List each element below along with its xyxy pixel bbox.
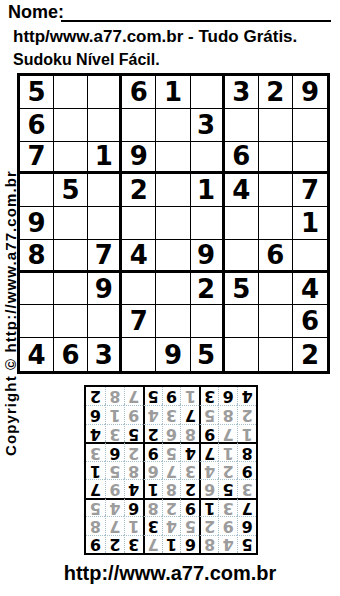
sudoku-cell: 9	[20, 207, 54, 240]
solution-cell: 3	[124, 535, 143, 553]
sudoku-cell: 6	[20, 109, 54, 142]
sudoku-cell[interactable]	[293, 240, 327, 273]
solution-cell: 1	[86, 461, 105, 479]
solution-cell: 9	[237, 461, 256, 479]
sudoku-cell: 3	[88, 338, 122, 371]
sudoku-cell[interactable]	[156, 109, 190, 142]
solution-cell: 2	[218, 461, 237, 479]
sudoku-cell[interactable]	[225, 338, 259, 371]
sudoku-cell[interactable]	[122, 338, 156, 371]
puzzle-difficulty-title: Sudoku Nível Fácil.	[13, 51, 160, 69]
solution-cell: 5	[237, 535, 256, 553]
solution-cell: 1	[105, 405, 124, 423]
solution-cell: 9	[199, 424, 218, 442]
solution-cell: 7	[162, 461, 181, 479]
solution-cell: 6	[105, 442, 124, 460]
solution-cell: 3	[105, 424, 124, 442]
solution-cell: 5	[124, 424, 143, 442]
sudoku-cell: 2	[293, 338, 327, 371]
sudoku-cell[interactable]	[122, 273, 156, 306]
sudoku-cell: 4	[122, 240, 156, 273]
sudoku-cell[interactable]	[156, 142, 190, 175]
sudoku-cell[interactable]	[54, 76, 88, 109]
solution-cell: 8	[162, 479, 181, 497]
sudoku-cell: 7	[122, 305, 156, 338]
copyright-vertical-text: Copyright © http://www.a77.com.br	[2, 134, 18, 456]
sudoku-cell[interactable]	[259, 174, 293, 207]
solution-cell: 3	[237, 479, 256, 497]
sudoku-cell[interactable]	[20, 273, 54, 306]
sudoku-cell[interactable]	[293, 142, 327, 175]
solution-cell: 2	[180, 479, 199, 497]
solution-cell: 4	[143, 405, 162, 423]
sudoku-cell: 9	[122, 142, 156, 175]
solution-cell: 2	[124, 442, 143, 460]
solution-cell: 6	[199, 479, 218, 497]
sudoku-cell: 8	[20, 240, 54, 273]
sudoku-cell: 9	[88, 273, 122, 306]
sudoku-cell[interactable]	[191, 305, 225, 338]
solution-cell: 7	[86, 479, 105, 497]
solution-cell: 2	[86, 387, 105, 405]
sudoku-cell: 1	[191, 174, 225, 207]
sudoku-cell[interactable]	[54, 305, 88, 338]
solution-cell: 5	[218, 479, 237, 497]
solution-cell: 4	[199, 461, 218, 479]
solution-cell: 3	[143, 516, 162, 534]
sudoku-cell: 3	[225, 76, 259, 109]
sudoku-cell[interactable]	[20, 305, 54, 338]
solution-cell: 4	[180, 442, 199, 460]
sudoku-cell[interactable]	[122, 207, 156, 240]
name-label: Nome:	[8, 2, 64, 23]
solution-cell: 1	[199, 498, 218, 516]
sudoku-cell: 9	[191, 240, 225, 273]
solution-cell: 1	[218, 442, 237, 460]
sudoku-cell[interactable]	[259, 109, 293, 142]
sudoku-cell[interactable]	[88, 305, 122, 338]
solution-cell: 4	[218, 535, 237, 553]
solution-cell: 8	[105, 387, 124, 405]
solution-cell: 8	[237, 442, 256, 460]
sudoku-cell[interactable]	[225, 109, 259, 142]
sudoku-cell[interactable]	[259, 207, 293, 240]
sudoku-cell[interactable]	[54, 273, 88, 306]
solution-cell: 2	[143, 424, 162, 442]
solution-cell: 7	[105, 516, 124, 534]
solution-cell: 9	[105, 479, 124, 497]
solution-cell: 2	[237, 405, 256, 423]
solution-cell: 6	[180, 535, 199, 553]
sudoku-cell: 6	[122, 76, 156, 109]
solution-cell: 3	[86, 442, 105, 460]
sudoku-cell[interactable]	[54, 109, 88, 142]
solution-cell: 2	[162, 498, 181, 516]
sudoku-cell: 1	[88, 142, 122, 175]
sudoku-cell: 4	[293, 273, 327, 306]
sudoku-cell: 7	[293, 174, 327, 207]
solution-cell: 9	[124, 405, 143, 423]
sudoku-cell: 9	[293, 76, 327, 109]
solution-cell: 6	[86, 405, 105, 423]
sudoku-cell[interactable]	[191, 142, 225, 175]
solution-cell: 6	[124, 498, 143, 516]
solution-cell: 4	[105, 498, 124, 516]
solution-cell: 8	[180, 424, 199, 442]
solution-cell: 8	[199, 535, 218, 553]
sudoku-cell[interactable]	[54, 240, 88, 273]
solution-cell: 8	[124, 461, 143, 479]
solution-cell: 5	[143, 387, 162, 405]
solution-cell: 9	[180, 498, 199, 516]
solution-cell: 5	[199, 405, 218, 423]
solution-cell: 3	[180, 461, 199, 479]
solution-cell: 7	[124, 387, 143, 405]
sudoku-cell[interactable]	[156, 207, 190, 240]
sudoku-cell[interactable]	[259, 142, 293, 175]
sudoku-cell[interactable]	[88, 76, 122, 109]
sudoku-grid: 561329637196521479187496925476463952	[17, 73, 330, 374]
sudoku-cell[interactable]	[259, 338, 293, 371]
footer-url: http://www.a77.com.br	[0, 562, 340, 585]
solution-cell: 7	[143, 535, 162, 553]
solution-cell: 9	[162, 387, 181, 405]
solution-cell: 4	[124, 479, 143, 497]
sudoku-cell: 6	[225, 142, 259, 175]
sudoku-cell[interactable]	[156, 273, 190, 306]
sudoku-cell: 6	[293, 305, 327, 338]
sudoku-cell: 5	[191, 338, 225, 371]
sudoku-cell: 7	[88, 240, 122, 273]
sudoku-cell[interactable]	[259, 273, 293, 306]
solution-cell: 7	[180, 405, 199, 423]
solution-cell: 1	[162, 535, 181, 553]
sudoku-cell[interactable]	[191, 207, 225, 240]
sudoku-cell[interactable]	[225, 305, 259, 338]
sudoku-cell: 2	[122, 174, 156, 207]
solution-cell: 9	[218, 516, 237, 534]
solution-cell: 7	[218, 424, 237, 442]
sudoku-cell[interactable]	[122, 109, 156, 142]
sudoku-cell[interactable]	[88, 174, 122, 207]
solution-cell: 1	[237, 424, 256, 442]
sudoku-cell: 6	[259, 240, 293, 273]
solution-cell: 5	[86, 498, 105, 516]
solution-cell: 5	[105, 461, 124, 479]
sudoku-cell: 3	[191, 109, 225, 142]
solution-cell: 8	[218, 405, 237, 423]
sudoku-cell: 9	[156, 338, 190, 371]
sudoku-cell: 4	[225, 174, 259, 207]
sudoku-solution-grid: 5486173296925431787319286453562814979243…	[84, 385, 258, 555]
solution-cell: 2	[199, 516, 218, 534]
solution-cell: 8	[143, 498, 162, 516]
solution-cell: 1	[124, 516, 143, 534]
sudoku-cell: 5	[54, 174, 88, 207]
solution-cell: 4	[86, 424, 105, 442]
sudoku-cell[interactable]	[191, 76, 225, 109]
sudoku-cell: 6	[54, 338, 88, 371]
sudoku-cell: 5	[225, 273, 259, 306]
solution-cell: 1	[180, 387, 199, 405]
sudoku-cell[interactable]	[20, 174, 54, 207]
sudoku-cell[interactable]	[54, 142, 88, 175]
site-url-header: http/www.a77.com.br - Tudo Grátis.	[13, 27, 297, 47]
sudoku-cell: 2	[191, 273, 225, 306]
solution-cell: 7	[199, 442, 218, 460]
sudoku-cell: 1	[156, 76, 190, 109]
sudoku-worksheet-page: Nome: http/www.a77.com.br - Tudo Grátis.…	[0, 0, 340, 596]
solution-cell: 3	[199, 387, 218, 405]
solution-cell: 9	[143, 442, 162, 460]
sudoku-cell: 2	[259, 76, 293, 109]
name-fill-line	[61, 20, 331, 22]
sudoku-cell[interactable]	[156, 240, 190, 273]
sudoku-cell: 5	[20, 76, 54, 109]
solution-cell: 4	[237, 387, 256, 405]
solution-cell: 6	[162, 424, 181, 442]
sudoku-cell[interactable]	[225, 207, 259, 240]
solution-cell: 8	[86, 516, 105, 534]
solution-cell: 2	[105, 535, 124, 553]
solution-cell: 5	[180, 516, 199, 534]
sudoku-cell[interactable]	[156, 174, 190, 207]
sudoku-cell: 4	[20, 338, 54, 371]
solution-cell: 9	[86, 535, 105, 553]
sudoku-cell[interactable]	[259, 305, 293, 338]
solution-cell: 6	[218, 387, 237, 405]
solution-cell: 7	[237, 498, 256, 516]
solution-cell: 3	[218, 498, 237, 516]
sudoku-cell[interactable]	[156, 305, 190, 338]
solution-cell: 6	[143, 461, 162, 479]
sudoku-cell: 7	[20, 142, 54, 175]
sudoku-cell[interactable]	[88, 207, 122, 240]
solution-cell: 6	[237, 516, 256, 534]
sudoku-cell[interactable]	[88, 109, 122, 142]
solution-cell: 5	[162, 442, 181, 460]
sudoku-cell[interactable]	[54, 207, 88, 240]
solution-cell: 1	[143, 479, 162, 497]
sudoku-cell: 1	[293, 207, 327, 240]
sudoku-cell[interactable]	[293, 109, 327, 142]
sudoku-cell[interactable]	[225, 240, 259, 273]
solution-cell: 4	[162, 516, 181, 534]
solution-cell: 3	[162, 405, 181, 423]
